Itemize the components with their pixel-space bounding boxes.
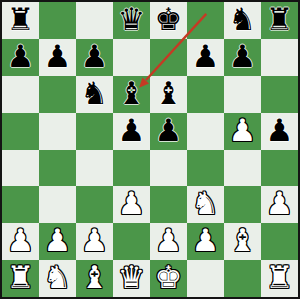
- black-pawn: ♟: [81, 41, 109, 72]
- white-knight: ♞: [192, 188, 220, 219]
- square-a8[interactable]: ♜: [2, 2, 39, 39]
- white-pawn: ♟: [192, 225, 220, 256]
- square-f6[interactable]: [187, 76, 224, 113]
- square-a1[interactable]: ♜: [2, 260, 39, 297]
- square-h2[interactable]: [261, 223, 298, 260]
- square-e2[interactable]: ♟: [150, 223, 187, 260]
- square-a7[interactable]: ♟: [2, 39, 39, 76]
- square-a6[interactable]: [2, 76, 39, 113]
- square-b5[interactable]: [39, 113, 76, 150]
- square-e8[interactable]: ♚: [150, 2, 187, 39]
- square-g8[interactable]: ♞: [224, 2, 261, 39]
- square-b8[interactable]: [39, 2, 76, 39]
- square-b1[interactable]: ♞: [39, 260, 76, 297]
- square-h4[interactable]: [261, 150, 298, 187]
- white-pawn: ♟: [266, 188, 294, 219]
- square-g5[interactable]: ♟: [224, 113, 261, 150]
- black-pawn: ♟: [118, 115, 146, 146]
- white-king: ♚: [155, 262, 183, 293]
- black-bishop: ♝: [118, 78, 146, 109]
- square-h1[interactable]: ♜: [261, 260, 298, 297]
- black-pawn: ♟: [266, 115, 294, 146]
- black-pawn: ♟: [155, 115, 183, 146]
- square-e1[interactable]: ♚: [150, 260, 187, 297]
- white-bishop: ♝: [81, 262, 109, 293]
- white-rook: ♜: [7, 262, 35, 293]
- black-pawn: ♟: [229, 41, 257, 72]
- square-e5[interactable]: ♟: [150, 113, 187, 150]
- square-f4[interactable]: [187, 150, 224, 187]
- white-knight: ♞: [44, 262, 72, 293]
- square-d6[interactable]: ♝: [113, 76, 150, 113]
- square-d1[interactable]: ♛: [113, 260, 150, 297]
- square-d7[interactable]: [113, 39, 150, 76]
- square-d8[interactable]: ♛: [113, 2, 150, 39]
- square-c4[interactable]: [76, 150, 113, 187]
- board-grid: ♜♛♚♞♜♟♟♟♟♟♞♝♝♟♟♟♟♟♞♟♟♟♟♟♟♝♜♞♝♛♚♜: [2, 2, 298, 297]
- square-h6[interactable]: [261, 76, 298, 113]
- white-rook: ♜: [266, 262, 294, 293]
- white-pawn: ♟: [81, 225, 109, 256]
- square-b6[interactable]: [39, 76, 76, 113]
- square-f3[interactable]: ♞: [187, 186, 224, 223]
- square-c6[interactable]: ♞: [76, 76, 113, 113]
- square-f8[interactable]: [187, 2, 224, 39]
- black-knight: ♞: [229, 4, 257, 35]
- black-pawn: ♟: [44, 41, 72, 72]
- black-queen: ♛: [118, 4, 146, 35]
- square-g4[interactable]: [224, 150, 261, 187]
- square-c2[interactable]: ♟: [76, 223, 113, 260]
- black-knight: ♞: [81, 78, 109, 109]
- square-h7[interactable]: [261, 39, 298, 76]
- white-bishop: ♝: [229, 225, 257, 256]
- square-b2[interactable]: ♟: [39, 223, 76, 260]
- square-e6[interactable]: ♝: [150, 76, 187, 113]
- square-f2[interactable]: ♟: [187, 223, 224, 260]
- square-c8[interactable]: [76, 2, 113, 39]
- square-c3[interactable]: [76, 186, 113, 223]
- square-e4[interactable]: [150, 150, 187, 187]
- square-f5[interactable]: [187, 113, 224, 150]
- black-bishop: ♝: [155, 78, 183, 109]
- square-h3[interactable]: ♟: [261, 186, 298, 223]
- square-e7[interactable]: [150, 39, 187, 76]
- white-pawn: ♟: [44, 225, 72, 256]
- square-c7[interactable]: ♟: [76, 39, 113, 76]
- square-g3[interactable]: [224, 186, 261, 223]
- square-f1[interactable]: [187, 260, 224, 297]
- square-d3[interactable]: ♟: [113, 186, 150, 223]
- square-a3[interactable]: [2, 186, 39, 223]
- white-pawn: ♟: [229, 115, 257, 146]
- square-g2[interactable]: ♝: [224, 223, 261, 260]
- square-g7[interactable]: ♟: [224, 39, 261, 76]
- square-h8[interactable]: ♜: [261, 2, 298, 39]
- black-rook: ♜: [7, 4, 35, 35]
- square-d4[interactable]: [113, 150, 150, 187]
- black-pawn: ♟: [192, 41, 220, 72]
- chess-board: ♜♛♚♞♜♟♟♟♟♟♞♝♝♟♟♟♟♟♞♟♟♟♟♟♟♝♜♞♝♛♚♜: [0, 0, 300, 299]
- black-king: ♚: [155, 4, 183, 35]
- square-g1[interactable]: [224, 260, 261, 297]
- square-d5[interactable]: ♟: [113, 113, 150, 150]
- square-e3[interactable]: [150, 186, 187, 223]
- square-a5[interactable]: [2, 113, 39, 150]
- square-g6[interactable]: [224, 76, 261, 113]
- square-h5[interactable]: ♟: [261, 113, 298, 150]
- white-pawn: ♟: [7, 225, 35, 256]
- white-pawn: ♟: [155, 225, 183, 256]
- white-queen: ♛: [118, 262, 146, 293]
- square-c1[interactable]: ♝: [76, 260, 113, 297]
- square-d2[interactable]: [113, 223, 150, 260]
- black-pawn: ♟: [7, 41, 35, 72]
- black-rook: ♜: [266, 4, 294, 35]
- square-b3[interactable]: [39, 186, 76, 223]
- square-a4[interactable]: [2, 150, 39, 187]
- square-c5[interactable]: [76, 113, 113, 150]
- square-b4[interactable]: [39, 150, 76, 187]
- white-pawn: ♟: [118, 188, 146, 219]
- square-a2[interactable]: ♟: [2, 223, 39, 260]
- square-f7[interactable]: ♟: [187, 39, 224, 76]
- square-b7[interactable]: ♟: [39, 39, 76, 76]
